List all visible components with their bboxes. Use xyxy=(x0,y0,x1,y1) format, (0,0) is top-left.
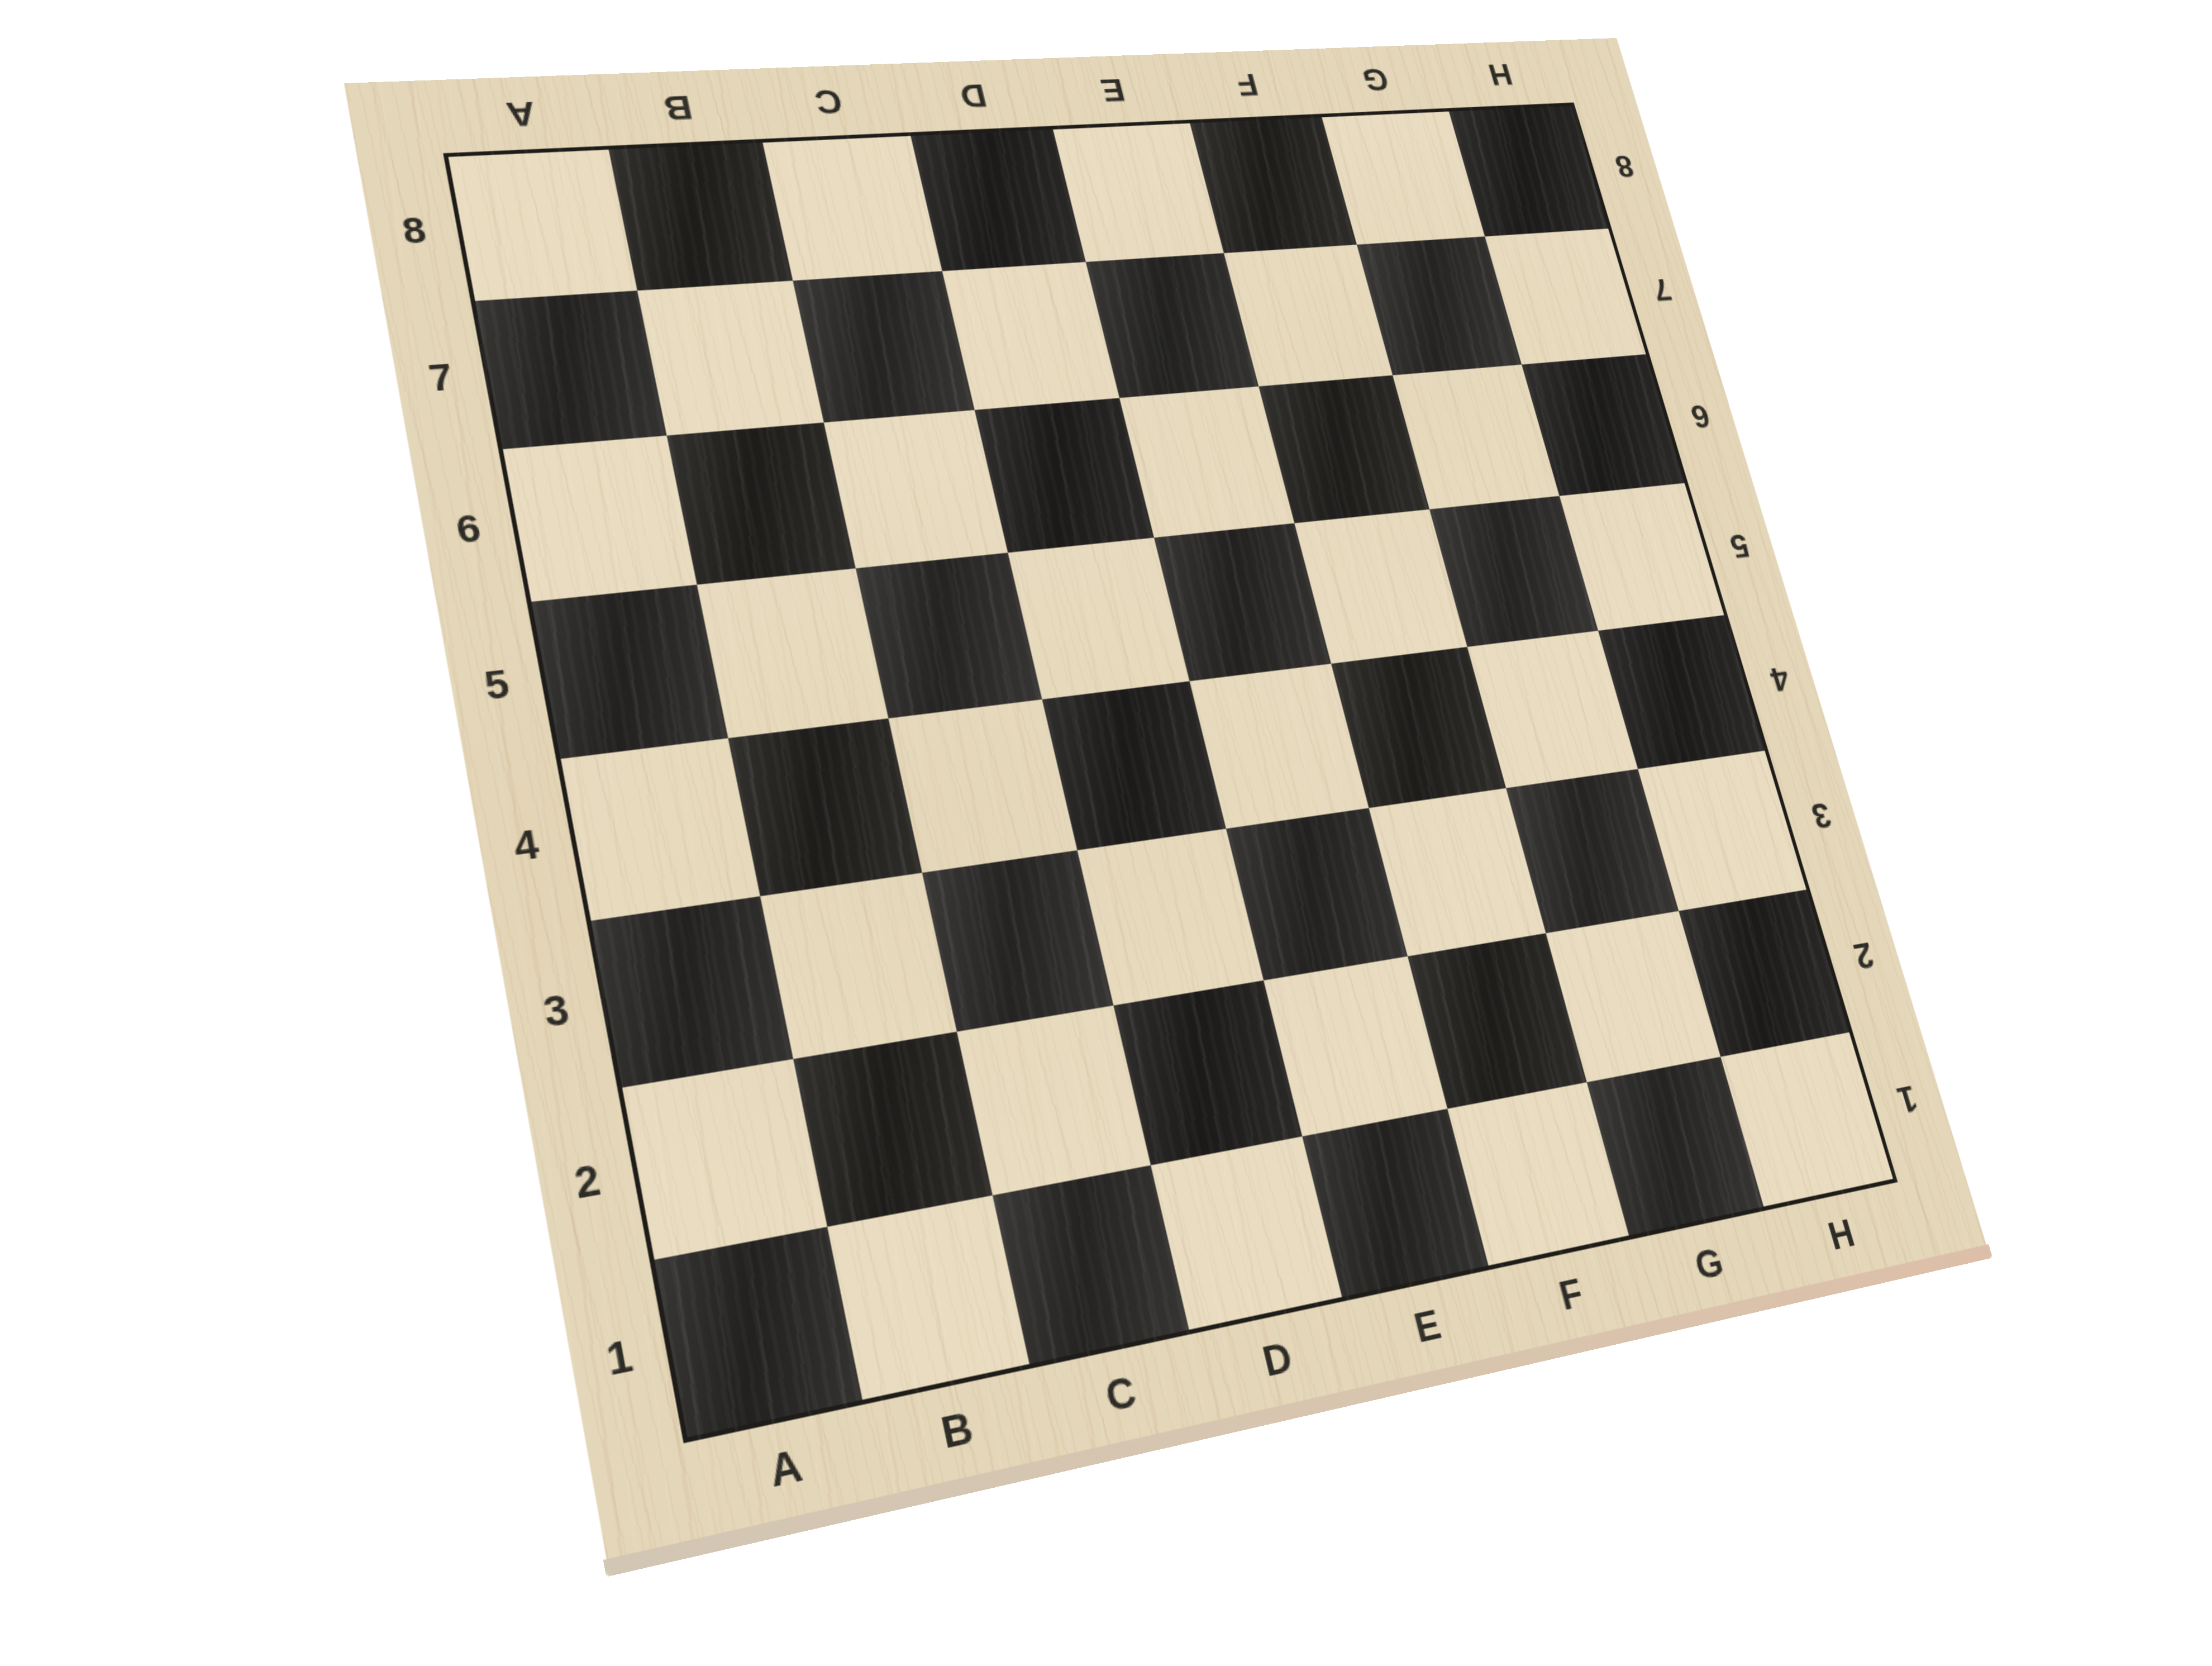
square-b8[interactable] xyxy=(609,142,793,291)
square-a4[interactable] xyxy=(561,738,760,921)
square-a8[interactable] xyxy=(448,150,637,301)
file-label-top-g: G xyxy=(1303,45,1448,114)
file-label-bottom-b-text: B xyxy=(938,1407,976,1456)
board-face: AA88BB77CC66DD55EE44FF33GG22HH11 xyxy=(344,38,1986,1559)
file-label-top-c: C xyxy=(747,64,910,139)
square-a5[interactable] xyxy=(531,585,728,759)
rank-label-left-7-text: 7 xyxy=(426,359,456,398)
file-label-bottom-f-text: F xyxy=(1556,1274,1587,1317)
photo-background: AA88BB77CC66DD55EE44FF33GG22HH11 xyxy=(0,0,2212,1666)
file-label-bottom-c-text: C xyxy=(1102,1372,1140,1420)
file-label-top-d-text: D xyxy=(957,78,990,111)
square-a3[interactable] xyxy=(591,896,793,1088)
rank-label-left-8-text: 8 xyxy=(399,213,428,250)
rank-label-right-8-text: 8 xyxy=(1612,150,1637,180)
rank-label-left-4-text: 4 xyxy=(511,824,542,867)
file-label-top-b: B xyxy=(593,69,762,146)
rank-label-right-4-text: 4 xyxy=(1766,660,1793,696)
rank-label-left-2-text: 2 xyxy=(571,1159,603,1206)
file-label-top-e-text: E xyxy=(1098,73,1128,106)
file-label-bottom-e-text: E xyxy=(1410,1305,1445,1350)
rank-label-left-5-text: 5 xyxy=(482,665,512,706)
square-a1[interactable] xyxy=(654,1227,862,1437)
rank-label-right-3-text: 3 xyxy=(1808,796,1835,832)
file-label-bottom-a-text: A xyxy=(766,1444,805,1495)
file-label-bottom-d-text: D xyxy=(1259,1337,1296,1384)
file-label-top-c-text: C xyxy=(812,84,846,118)
file-label-top-a: A xyxy=(434,74,608,153)
square-b4[interactable] xyxy=(728,718,922,896)
rank-label-left-3-text: 3 xyxy=(541,989,573,1034)
file-label-bottom-h-text: H xyxy=(1825,1215,1859,1257)
square-b6[interactable] xyxy=(667,422,856,584)
square-b7[interactable] xyxy=(637,280,824,435)
square-a2[interactable] xyxy=(622,1059,827,1260)
file-label-top-b-text: B xyxy=(661,89,695,124)
rank-label-left-1-text: 1 xyxy=(603,1334,636,1383)
rank-label-right-7-text: 7 xyxy=(1649,273,1675,304)
square-a7[interactable] xyxy=(475,291,667,449)
file-label-top-e: E xyxy=(1036,54,1189,126)
file-label-top-h: H xyxy=(1429,40,1570,108)
file-label-top-g-text: G xyxy=(1360,63,1393,94)
rank-label-left-6-text: 6 xyxy=(454,510,484,549)
rank-label-right-1-text: 1 xyxy=(1893,1078,1921,1117)
square-b3[interactable] xyxy=(760,873,957,1059)
file-label-top-d: D xyxy=(894,59,1052,132)
file-label-top-a-text: A xyxy=(504,96,539,131)
file-label-bottom-g-text: G xyxy=(1691,1243,1727,1287)
file-label-top-h-text: H xyxy=(1485,59,1515,89)
rank-label-right-6-text: 6 xyxy=(1687,398,1713,431)
file-label-top-f: F xyxy=(1172,49,1321,120)
file-label-top-f-text: F xyxy=(1233,68,1261,100)
rank-label-right-2-text: 2 xyxy=(1849,935,1877,973)
chessboard: AA88BB77CC66DD55EE44FF33GG22HH11 xyxy=(344,38,1986,1559)
square-b5[interactable] xyxy=(697,568,889,738)
square-a6[interactable] xyxy=(503,436,697,602)
rank-label-right-5-text: 5 xyxy=(1726,528,1752,562)
